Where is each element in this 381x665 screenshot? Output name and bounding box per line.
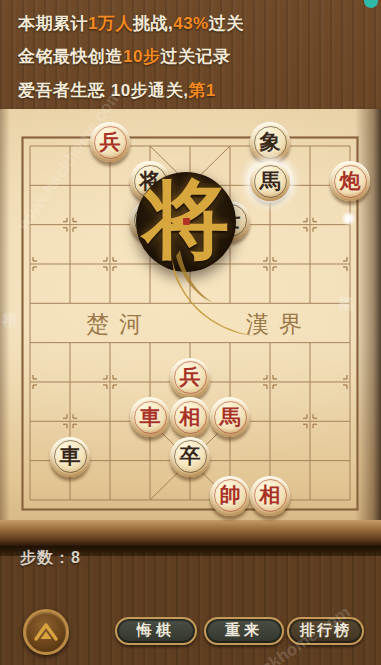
piece-glyph: 相 xyxy=(180,406,201,427)
piece-glyph: 士 xyxy=(140,209,161,230)
piece-glyph: 士 xyxy=(220,209,241,230)
piece-black-士[interactable]: 士 xyxy=(130,201,170,241)
step-counter: 步数：8 xyxy=(20,548,81,569)
chevron-up-icon xyxy=(31,617,61,647)
piece-glyph: 象 xyxy=(260,131,281,152)
piece-black-卒[interactable]: 卒 xyxy=(170,437,210,477)
piece-black-象[interactable]: 象 xyxy=(250,122,290,162)
piece-glyph: 兵 xyxy=(180,366,201,387)
piece-black-士[interactable]: 士 xyxy=(210,201,250,241)
piece-glyph: 馬 xyxy=(260,170,281,191)
piece-red-相[interactable]: 相 xyxy=(250,476,290,516)
piece-glyph: 炮 xyxy=(340,170,361,191)
undo-button[interactable]: 悔棋 xyxy=(115,617,197,645)
piece-glyph: 車 xyxy=(60,445,81,466)
leaderboard-button[interactable]: 排行榜 xyxy=(287,617,364,645)
piece-glyph: 将 xyxy=(140,170,161,191)
piece-black-車[interactable]: 車 xyxy=(50,437,90,477)
piece-glyph: 馬 xyxy=(220,406,241,427)
expand-arrow-button[interactable] xyxy=(23,609,69,655)
river-label-right: 漢界 xyxy=(246,309,312,340)
piece-glyph: 相 xyxy=(260,484,281,505)
piece-red-帥[interactable]: 帥 xyxy=(210,476,250,516)
piece-glyph: 卒 xyxy=(180,445,201,466)
piece-glyph: 帥 xyxy=(220,484,241,505)
app-screen: 本期累计1万人挑战,43%过关 金铭最快创造10步过关记录 爱吾者生恶 10步通… xyxy=(0,0,381,665)
piece-red-兵[interactable]: 兵 xyxy=(170,358,210,398)
piece-glyph: 兵 xyxy=(100,131,121,152)
piece-red-兵[interactable]: 兵 xyxy=(90,122,130,162)
move-sparkle-effect xyxy=(341,211,356,226)
river-label-left: 楚河 xyxy=(86,309,152,340)
piece-glyph: 車 xyxy=(140,406,161,427)
restart-button[interactable]: 重来 xyxy=(204,617,284,645)
